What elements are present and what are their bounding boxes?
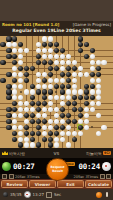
white-stone [42,107,47,112]
black-stone [42,42,47,47]
black-stone [78,95,83,100]
board-point[interactable] [0,77,6,83]
black-stone [12,101,17,106]
white-stone [18,78,23,83]
black-stone [72,66,77,71]
white-stone [96,95,101,100]
sec-label: Sec [54,192,61,197]
black-stone [96,72,101,77]
black-stone [6,48,11,53]
black-stone [6,89,11,94]
white-stone [101,60,106,65]
white-stone [18,113,23,118]
black-stone [78,42,83,47]
white-stone [36,84,41,89]
black-stone [12,60,17,65]
board-point[interactable] [95,89,101,95]
white-stone-icon [24,191,31,198]
white-stone [60,66,65,71]
white-stone [84,113,89,118]
black-stone [48,72,53,77]
black-stone [42,137,47,142]
black-stone [72,137,77,142]
white-stone [18,72,23,77]
white-stone [66,60,71,65]
white-stone [84,107,89,112]
black-stone [42,78,47,83]
black-stone [60,113,65,118]
black-stone [72,95,77,100]
black-stone [12,107,17,112]
white-stone [30,89,35,94]
black-stone [24,113,29,118]
white-stone [24,107,29,112]
white-stone [54,113,59,118]
white-stone [72,60,77,65]
white-stone [72,89,77,94]
white-stone [84,72,89,77]
black-stone [90,84,95,89]
board-point[interactable] [95,83,101,89]
white-time-setting-label: 20Sec 3Times [74,175,98,179]
black-stone [90,48,95,53]
black-stone [54,84,59,89]
black-stone [30,95,35,100]
black-stone [66,66,71,71]
white-stone [90,89,95,94]
white-stone [12,125,17,130]
white-stone [18,54,23,59]
black-stone [36,125,41,130]
black-stone [36,101,41,106]
black-stone [30,101,35,106]
white-stone [42,72,47,77]
move-counter: 35/35 [10,192,22,197]
exit-button[interactable]: Exit [57,180,84,188]
black-stone [84,84,89,89]
black-stone [30,131,35,136]
game-info-header: Room no 101 [Round 1.0] [Game in Progres… [0,21,113,36]
board-point[interactable] [71,89,77,95]
white-stone [18,107,23,112]
white-stone [60,95,65,100]
white-stone [78,119,83,124]
white-stone [90,54,95,59]
black-stone [30,84,35,89]
white-stone [48,84,53,89]
white-stone [66,95,71,100]
white-stone [18,125,23,130]
white-stone [24,48,29,53]
white-stone [42,131,47,136]
white-stone [12,113,17,118]
black-stone [84,54,89,59]
white-stone [54,60,59,65]
board-point[interactable] [89,77,95,83]
white-stone [18,101,23,106]
white-stone [18,48,23,53]
white-stone [24,89,29,94]
white-stone [90,78,95,83]
white-stone [42,113,47,118]
white-stone [18,60,23,65]
black-stone [48,42,53,47]
request-result-button[interactable]: Request Result [46,158,69,181]
black-stone [84,42,89,47]
black-stone [12,131,17,136]
mic-icon[interactable] [106,192,108,197]
black-stone [42,101,47,106]
black-stone [6,107,11,112]
black-stone [18,42,23,47]
black-stone [12,137,17,142]
white-stone [78,131,83,136]
black-stone [24,72,29,77]
white-stone [90,101,95,106]
white-stone [24,142,29,147]
black-stone [78,48,83,53]
black-stone [54,42,59,47]
black-stone [12,36,17,41]
white-stone [60,119,65,124]
white-stone [84,119,89,124]
white-stone [42,48,47,53]
black-stone [30,119,35,124]
black-stone [60,89,65,94]
white-stone [72,131,77,136]
black-stone [66,119,71,124]
room-number-label: Room no 101 [Round 1.0] [2,22,59,27]
white-stone [96,78,101,83]
black-stone [42,60,47,65]
white-stone [36,78,41,83]
white-stone [96,101,101,106]
black-clock: 00:27 [13,162,35,171]
white-clock: 00:24 [78,162,100,171]
calculate-button[interactable]: Calculate [85,180,112,188]
black-stone [66,78,71,83]
player-bar: VS 바둑사랑 하늘바둑 9단 [0,148,113,158]
black-stone [78,36,83,41]
board-point[interactable] [6,83,12,89]
white-stone [54,107,59,112]
black-stone [18,66,23,71]
black-stone [48,137,53,142]
black-stone [60,72,65,77]
black-stone [36,107,41,112]
white-stone [54,95,59,100]
white-stone [84,125,89,130]
white-stone [60,131,65,136]
white-stone [54,142,59,147]
white-stone [18,131,23,136]
white-stone [42,36,47,41]
white-stone [72,84,77,89]
review-button[interactable]: Review [1,180,28,188]
white-stone [66,54,71,59]
white-stone [78,89,83,94]
black-stone [42,95,47,100]
black-stone [48,142,53,147]
white-stone [66,125,71,130]
white-stone [96,113,101,118]
board-point[interactable] [95,130,101,136]
black-stone [0,78,5,83]
black-stone [36,54,41,59]
black-stone [12,78,17,83]
black-stone [36,142,41,147]
black-stone [18,142,23,147]
black-stone [6,125,11,130]
white-stone [90,107,95,112]
white-stone [42,54,47,59]
black-stone [60,125,65,130]
black-stone [66,72,71,77]
white-stone [12,48,17,53]
black-stone [66,101,71,106]
white-stone [48,48,53,53]
white-stone [48,78,53,83]
white-stone [90,66,95,71]
black-stone [90,95,95,100]
black-stone [6,36,11,41]
go-app-window: Room no 101 [Round 1.0] [Game in Progres… [0,0,113,200]
white-stone [101,125,106,130]
black-stone [72,107,77,112]
white-stone [42,84,47,89]
black-stone [54,66,59,71]
black-stone [48,66,53,71]
black-stone-icon [3,192,8,197]
white-stone [18,137,23,142]
board-point[interactable] [89,89,95,95]
white-stone [48,54,53,59]
black-stone [6,119,11,124]
white-stone [30,142,35,147]
white-stone [60,60,65,65]
white-stone [54,119,59,124]
status-time: 13:27 [33,192,45,197]
white-stone [96,84,101,89]
board-point[interactable] [65,89,71,95]
black-stone [78,107,83,112]
white-stone [72,72,77,77]
board-point[interactable] [95,77,101,83]
white-stone [66,131,71,136]
black-stone [54,131,59,136]
white-stone [12,84,17,89]
white-stone [96,60,101,65]
white-stone [54,54,59,59]
white-stone-timer-icon [102,162,111,171]
black-stone [42,89,47,94]
black-stone [54,48,59,53]
white-stone [66,89,71,94]
board-point[interactable] [89,83,95,89]
black-stone [60,107,65,112]
white-stone [48,101,53,106]
black-stone [30,137,35,142]
white-stone [6,42,11,47]
white-stone [60,78,65,83]
status-bar: 35/35 13:27 Sec [0,189,113,200]
white-stone [12,95,17,100]
black-stone [60,48,65,53]
black-stone [84,101,89,106]
black-stone [6,113,11,118]
black-stone [48,60,53,65]
black-stone [24,66,29,71]
black-stone [96,66,101,71]
white-stone [48,107,53,112]
black-stone [30,113,35,118]
white-stone [12,66,17,71]
black-stone [0,42,5,47]
white-stone [78,72,83,77]
black-stone [6,54,11,59]
white-stone [48,119,53,124]
black-stone [66,84,71,89]
white-stone [54,78,59,83]
white-stone [12,89,17,94]
white-stone [36,113,41,118]
white-stone [48,36,53,41]
white-stone [48,125,53,130]
white-stone [66,142,71,147]
board-point[interactable] [77,36,83,42]
black-stone [90,72,95,77]
white-stone [72,78,77,83]
board-point[interactable] [6,71,12,77]
game-status-label: [Game in Progress] [73,22,111,27]
game-settings-title: Regular Even 19Line 20Sec 3Times [0,28,113,33]
white-stone [36,48,41,53]
white-stone [24,119,29,124]
black-stone [24,131,29,136]
black-stone [48,131,53,136]
board-point[interactable] [6,89,12,95]
board-point[interactable] [6,36,12,42]
black-stone [30,66,35,71]
black-stone [24,78,29,83]
white-stone [90,60,95,65]
white-stone [12,72,17,77]
black-stone [12,54,17,59]
black-stone [66,113,71,118]
white-stone [96,89,101,94]
black-stone [6,84,11,89]
black-time-setting-label: 20Sec 3Times [15,175,39,179]
black-stone [84,95,89,100]
black-stone [0,60,5,65]
white-stone [78,66,83,71]
board-point[interactable] [6,124,12,130]
board-point[interactable] [83,83,89,89]
orange-stone-icon[interactable] [96,192,102,198]
board-point[interactable] [77,89,83,95]
black-stone [6,72,11,77]
white-stone [24,101,29,106]
black-stone [36,131,41,136]
white-stone [36,42,41,47]
black-stone [72,101,77,106]
request-result-line2: Result [52,170,63,174]
white-stone [30,107,35,112]
white-stone [18,84,23,89]
white-stone [96,131,101,136]
black-stone [54,125,59,130]
black-stone [42,119,47,124]
black-stone [36,89,41,94]
board-point[interactable] [83,89,89,95]
versus-label: VS [0,151,113,156]
white-stone [18,95,23,100]
black-stone [84,89,89,94]
black-stone [78,125,83,130]
white-stone [48,95,53,100]
white-stone [12,42,17,47]
black-turn-lamp-icon [2,162,11,171]
white-stone [54,137,59,142]
white-stone [60,137,65,142]
black-stone [60,84,65,89]
viewer-button[interactable]: Viewer [29,180,56,188]
black-stone [48,89,53,94]
white-stone [36,72,41,77]
black-stone [72,119,77,124]
black-stone [36,60,41,65]
white-stone [12,119,17,124]
go-board[interactable] [0,36,113,148]
black-stone [36,119,41,124]
white-stone [24,137,29,142]
white-stone [60,101,65,106]
white-stone [60,54,65,59]
white-stone [42,125,47,130]
black-stone [24,125,29,130]
black-stone [6,95,11,100]
black-stone [78,113,83,118]
checkbox-icon[interactable] [46,192,52,198]
